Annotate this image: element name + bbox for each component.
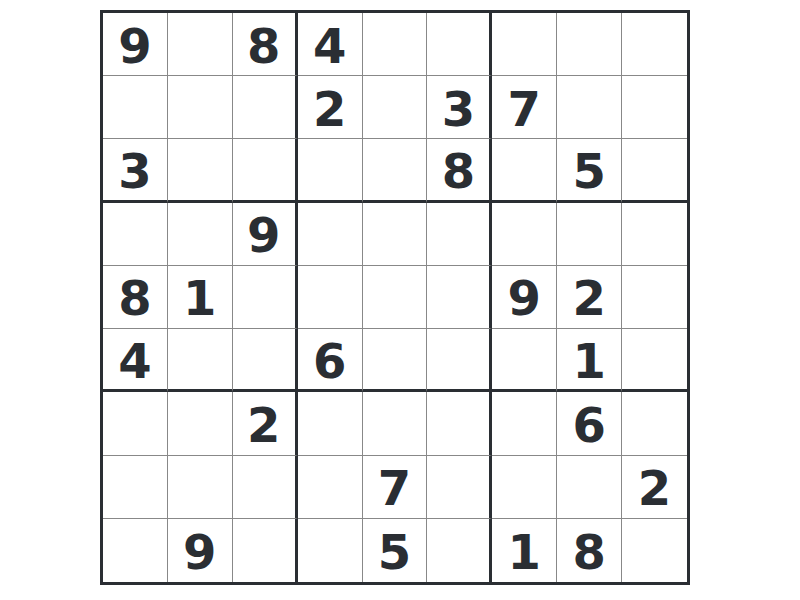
cell-r1c6[interactable] <box>427 13 492 76</box>
cell-r3c3[interactable] <box>233 139 298 202</box>
cell-r8c4[interactable] <box>298 456 363 519</box>
cell-r6c1[interactable]: 4 <box>103 329 168 392</box>
cell-r6c2[interactable] <box>168 329 233 392</box>
cell-r4c9[interactable] <box>622 203 687 266</box>
cell-r5c5[interactable] <box>363 266 428 329</box>
cell-r7c1[interactable] <box>103 392 168 455</box>
cell-r8c9[interactable]: 2 <box>622 456 687 519</box>
cell-r2c6[interactable]: 3 <box>427 76 492 139</box>
cell-r5c8[interactable]: 2 <box>557 266 622 329</box>
cell-r4c1[interactable] <box>103 203 168 266</box>
cell-r3c7[interactable] <box>492 139 557 202</box>
cell-r2c9[interactable] <box>622 76 687 139</box>
cell-r2c2[interactable] <box>168 76 233 139</box>
cell-r3c9[interactable] <box>622 139 687 202</box>
cell-r3c4[interactable] <box>298 139 363 202</box>
cell-r1c1[interactable]: 9 <box>103 13 168 76</box>
cell-r2c5[interactable] <box>363 76 428 139</box>
cell-r8c1[interactable] <box>103 456 168 519</box>
cell-r5c2[interactable]: 1 <box>168 266 233 329</box>
cell-r6c8[interactable]: 1 <box>557 329 622 392</box>
cell-r9c9[interactable] <box>622 519 687 582</box>
cell-r3c6[interactable]: 8 <box>427 139 492 202</box>
cell-r3c1[interactable]: 3 <box>103 139 168 202</box>
cell-r1c9[interactable] <box>622 13 687 76</box>
cell-r9c4[interactable] <box>298 519 363 582</box>
cell-r5c1[interactable]: 8 <box>103 266 168 329</box>
cell-r9c8[interactable]: 8 <box>557 519 622 582</box>
cell-r9c3[interactable] <box>233 519 298 582</box>
cell-r1c2[interactable] <box>168 13 233 76</box>
cell-r7c5[interactable] <box>363 392 428 455</box>
cell-r3c8[interactable]: 5 <box>557 139 622 202</box>
cell-r1c3[interactable]: 8 <box>233 13 298 76</box>
cell-r7c6[interactable] <box>427 392 492 455</box>
cell-r2c8[interactable] <box>557 76 622 139</box>
cell-r5c3[interactable] <box>233 266 298 329</box>
cell-r3c5[interactable] <box>363 139 428 202</box>
cell-r9c2[interactable]: 9 <box>168 519 233 582</box>
cell-r5c6[interactable] <box>427 266 492 329</box>
cell-r6c5[interactable] <box>363 329 428 392</box>
cell-r1c5[interactable] <box>363 13 428 76</box>
cell-r4c3[interactable]: 9 <box>233 203 298 266</box>
page-background: 9842373859819246126729518 <box>0 0 800 600</box>
cell-r8c3[interactable] <box>233 456 298 519</box>
cell-r6c3[interactable] <box>233 329 298 392</box>
cell-r3c2[interactable] <box>168 139 233 202</box>
cell-r5c7[interactable]: 9 <box>492 266 557 329</box>
cell-r4c6[interactable] <box>427 203 492 266</box>
cell-r4c5[interactable] <box>363 203 428 266</box>
cell-r6c7[interactable] <box>492 329 557 392</box>
cell-r7c9[interactable] <box>622 392 687 455</box>
cell-r9c1[interactable] <box>103 519 168 582</box>
cell-r4c4[interactable] <box>298 203 363 266</box>
cell-r8c2[interactable] <box>168 456 233 519</box>
cell-r7c3[interactable]: 2 <box>233 392 298 455</box>
sudoku-board: 9842373859819246126729518 <box>100 10 690 585</box>
cell-r1c4[interactable]: 4 <box>298 13 363 76</box>
cell-r5c4[interactable] <box>298 266 363 329</box>
cell-r6c4[interactable]: 6 <box>298 329 363 392</box>
cell-r8c8[interactable] <box>557 456 622 519</box>
cell-r7c2[interactable] <box>168 392 233 455</box>
cell-r1c8[interactable] <box>557 13 622 76</box>
cell-r2c7[interactable]: 7 <box>492 76 557 139</box>
cell-r1c7[interactable] <box>492 13 557 76</box>
cell-r8c6[interactable] <box>427 456 492 519</box>
cell-r9c6[interactable] <box>427 519 492 582</box>
cell-r8c7[interactable] <box>492 456 557 519</box>
cell-r2c4[interactable]: 2 <box>298 76 363 139</box>
cell-r5c9[interactable] <box>622 266 687 329</box>
cell-r7c8[interactable]: 6 <box>557 392 622 455</box>
cell-r7c4[interactable] <box>298 392 363 455</box>
cell-r4c8[interactable] <box>557 203 622 266</box>
cell-r4c2[interactable] <box>168 203 233 266</box>
cell-r9c5[interactable]: 5 <box>363 519 428 582</box>
cell-r2c3[interactable] <box>233 76 298 139</box>
cell-r6c9[interactable] <box>622 329 687 392</box>
cell-r2c1[interactable] <box>103 76 168 139</box>
cell-r9c7[interactable]: 1 <box>492 519 557 582</box>
cell-r7c7[interactable] <box>492 392 557 455</box>
cell-r6c6[interactable] <box>427 329 492 392</box>
cell-r4c7[interactable] <box>492 203 557 266</box>
cell-r8c5[interactable]: 7 <box>363 456 428 519</box>
